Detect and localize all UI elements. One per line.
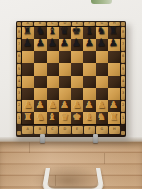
piece-white-pawn: ♟ [73,100,82,110]
square-b7: ♟ [34,39,46,51]
square-b6 [34,51,46,63]
square-b5 [34,63,46,75]
rank-label-2: 2 [121,101,125,112]
piece-white-pawn: ♟ [36,100,45,110]
file-label-g: G [96,126,107,134]
file-label-h: H [109,126,120,134]
piece-white-king: ♚ [73,112,82,122]
square-c5 [47,63,59,75]
square-f7: ♟ [83,39,95,51]
square-c6 [47,51,59,63]
square-h3 [108,88,120,100]
hinge-left [40,134,45,143]
square-a5 [22,63,34,75]
square-h4 [108,76,120,88]
rank-label-6: 6 [121,52,125,63]
square-h7: ♟ [108,39,120,51]
border-corner-inlay [17,131,21,135]
rank-label-1: 1 [17,113,21,124]
square-f3 [83,88,95,100]
rank-label-1: 1 [121,113,125,124]
piece-black-rook: ♜ [23,25,33,36]
piece-white-rook: ♜ [24,112,33,122]
piece-black-pawn: ♟ [96,37,106,48]
square-e7: ♟ [71,39,83,51]
square-b2: ♟ [34,100,46,112]
file-label-a: A [22,126,33,134]
square-e3 [71,88,83,100]
piece-black-knight: ♞ [96,25,106,36]
piece-black-pawn: ♟ [84,37,94,48]
rank-label-4: 4 [17,76,21,87]
square-h2: ♟ [108,100,120,112]
board-border-bottom: ABCDEFGH [22,126,120,134]
piece-black-knight: ♞ [35,25,45,36]
rank-label-3: 3 [17,88,21,99]
piece-black-pawn: ♟ [72,37,82,48]
square-d3 [59,88,71,100]
square-b4 [34,76,46,88]
square-h5 [108,63,120,75]
square-a2: ♟ [22,100,34,112]
photo-scene: ABCDEFGH ABCDEFGH 87654321 87654321 ♜♞♝♛… [0,0,142,189]
rank-label-8: 8 [121,27,125,38]
square-b3 [34,88,46,100]
piece-black-rook: ♜ [108,25,118,36]
piece-black-pawn: ♟ [47,37,57,48]
rank-label-6: 6 [17,52,21,63]
piece-white-pawn: ♟ [85,100,94,110]
piece-black-pawn: ♟ [108,37,118,48]
rank-label-7: 7 [17,39,21,50]
file-label-b: B [34,126,45,134]
square-d1: ♛ [59,112,71,124]
piece-white-pawn: ♟ [48,100,57,110]
piece-white-pawn: ♟ [24,100,33,110]
square-c4 [47,76,59,88]
board-border-left: 87654321 [17,27,21,124]
rank-label-2: 2 [17,101,21,112]
square-a3 [22,88,34,100]
square-h1: ♜ [108,112,120,124]
square-h6 [108,51,120,63]
square-d5 [59,63,71,75]
piece-white-bishop: ♝ [85,112,94,122]
piece-white-bishop: ♝ [48,112,57,122]
square-a7: ♟ [22,39,34,51]
square-c3 [47,88,59,100]
piece-white-pawn: ♟ [61,100,70,110]
hinge-right [93,134,98,143]
piece-black-pawn: ♟ [23,37,33,48]
square-g5 [96,63,108,75]
floor-plank-seam [29,142,30,153]
piece-black-bishop: ♝ [47,25,57,36]
square-c7: ♟ [47,39,59,51]
square-e5 [71,63,83,75]
piece-black-pawn: ♟ [59,37,69,48]
square-f6 [83,51,95,63]
border-corner-inlay [121,131,125,135]
piece-white-rook: ♜ [110,112,119,122]
rank-label-5: 5 [17,64,21,75]
piece-white-knight: ♞ [97,112,106,122]
square-g6 [96,51,108,63]
square-g4 [96,76,108,88]
square-g7: ♟ [96,39,108,51]
square-f2: ♟ [83,100,95,112]
file-label-d: D [59,126,70,134]
square-c2: ♟ [47,100,59,112]
rank-label-8: 8 [17,27,21,38]
green-object [91,0,112,4]
rank-label-7: 7 [121,39,125,50]
square-g1: ♞ [96,112,108,124]
square-a4 [22,76,34,88]
piece-white-pawn: ♟ [97,100,106,110]
piece-white-pawn: ♟ [110,100,119,110]
white-chair-back [41,168,105,189]
piece-black-queen: ♛ [59,25,69,36]
border-corner-inlay [17,22,21,26]
chess-board: ABCDEFGH ABCDEFGH 87654321 87654321 ♜♞♝♛… [16,21,126,137]
square-g2: ♟ [96,100,108,112]
square-e2: ♟ [71,100,83,112]
square-f5 [83,63,95,75]
board-border-right: 87654321 [121,27,125,124]
square-g3 [96,88,108,100]
rank-label-5: 5 [121,64,125,75]
board-grid: ♜♞♝♛♚♝♞♜♟♟♟♟♟♟♟♟♟♟♟♟♟♟♟♟♜♞♝♛♚♝♞♜ [22,27,120,124]
piece-white-knight: ♞ [36,112,45,122]
piece-white-queen: ♛ [61,112,70,122]
piece-black-pawn: ♟ [35,37,45,48]
file-label-c: C [47,126,58,134]
square-d7: ♟ [59,39,71,51]
piece-black-king: ♚ [72,25,82,36]
square-c1: ♝ [47,112,59,124]
square-f4 [83,76,95,88]
square-d2: ♟ [59,100,71,112]
piece-black-bishop: ♝ [84,25,94,36]
square-a6 [22,51,34,63]
square-b1: ♞ [34,112,46,124]
rank-label-4: 4 [121,76,125,87]
square-e6 [71,51,83,63]
square-f1: ♝ [83,112,95,124]
square-e4 [71,76,83,88]
file-label-e: E [72,126,83,134]
border-corner-inlay [121,22,125,26]
floor-plank-seam [104,153,105,164]
square-a1: ♜ [22,112,34,124]
square-d6 [59,51,71,63]
rank-label-3: 3 [121,88,125,99]
file-label-f: F [84,126,95,134]
square-e1: ♚ [71,112,83,124]
square-d4 [59,76,71,88]
